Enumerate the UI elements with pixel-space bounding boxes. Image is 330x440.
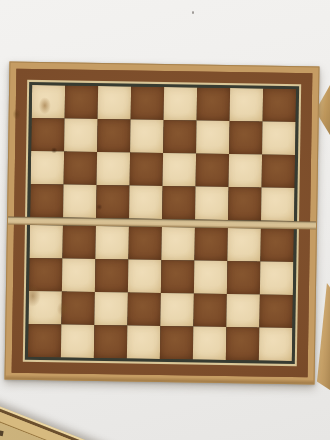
square-b1 bbox=[61, 324, 95, 358]
square-b3 bbox=[62, 258, 96, 292]
square-d8 bbox=[131, 86, 165, 120]
square-g1 bbox=[226, 327, 260, 361]
square-d5 bbox=[129, 185, 163, 219]
square-f7 bbox=[196, 121, 230, 155]
square-c4 bbox=[95, 226, 129, 260]
square-f3 bbox=[194, 261, 228, 295]
square-b7 bbox=[64, 118, 98, 152]
square-e5 bbox=[162, 186, 196, 220]
square-b5 bbox=[63, 184, 97, 218]
square-f4 bbox=[194, 228, 228, 262]
square-h4 bbox=[260, 229, 294, 263]
square-f2 bbox=[193, 294, 227, 328]
square-g6 bbox=[229, 154, 263, 188]
photo-scene bbox=[0, 0, 330, 440]
square-a3 bbox=[29, 258, 63, 292]
square-d1 bbox=[127, 325, 161, 359]
square-a5 bbox=[30, 184, 64, 218]
square-g7 bbox=[229, 121, 263, 155]
square-h2 bbox=[259, 295, 293, 329]
square-d7 bbox=[130, 119, 164, 153]
square-b2 bbox=[61, 291, 95, 325]
square-e4 bbox=[161, 227, 195, 261]
square-e3 bbox=[161, 260, 195, 294]
square-c3 bbox=[95, 259, 129, 293]
square-e8 bbox=[164, 87, 198, 121]
square-d4 bbox=[128, 226, 162, 260]
square-a8 bbox=[32, 85, 66, 119]
square-d3 bbox=[128, 259, 162, 293]
square-c1 bbox=[94, 325, 128, 359]
square-e6 bbox=[163, 153, 197, 187]
square-h6 bbox=[262, 155, 296, 189]
square-a7 bbox=[31, 118, 65, 152]
square-c2 bbox=[94, 292, 128, 326]
square-h8 bbox=[263, 89, 297, 123]
square-c6 bbox=[97, 152, 131, 186]
game-box-corner bbox=[0, 401, 127, 440]
square-b8 bbox=[65, 85, 99, 119]
square-a6 bbox=[31, 151, 65, 185]
square-f5 bbox=[195, 187, 229, 221]
square-g4 bbox=[227, 228, 261, 262]
square-f6 bbox=[196, 154, 230, 188]
square-b6 bbox=[64, 151, 98, 185]
square-a1 bbox=[28, 324, 62, 358]
square-h7 bbox=[262, 122, 296, 156]
square-e1 bbox=[160, 326, 194, 360]
square-f1 bbox=[193, 327, 227, 361]
square-g2 bbox=[226, 294, 260, 328]
box-print-mark bbox=[0, 430, 4, 436]
square-g8 bbox=[230, 88, 264, 122]
square-d6 bbox=[130, 152, 164, 186]
chessboard bbox=[5, 62, 320, 385]
square-g5 bbox=[228, 187, 262, 221]
square-h1 bbox=[259, 328, 293, 362]
square-e2 bbox=[160, 293, 194, 327]
square-e7 bbox=[163, 120, 197, 154]
square-a2 bbox=[28, 291, 62, 325]
wood-edge-bottom-right bbox=[316, 283, 330, 390]
square-c7 bbox=[97, 119, 131, 153]
square-c8 bbox=[98, 86, 132, 120]
square-h5 bbox=[261, 188, 295, 222]
background-speck bbox=[192, 11, 194, 14]
square-b4 bbox=[62, 225, 96, 259]
square-g3 bbox=[227, 261, 261, 295]
square-f8 bbox=[197, 88, 231, 122]
square-d2 bbox=[127, 292, 161, 326]
square-c5 bbox=[96, 185, 130, 219]
square-h3 bbox=[260, 262, 294, 296]
square-a4 bbox=[29, 225, 63, 259]
